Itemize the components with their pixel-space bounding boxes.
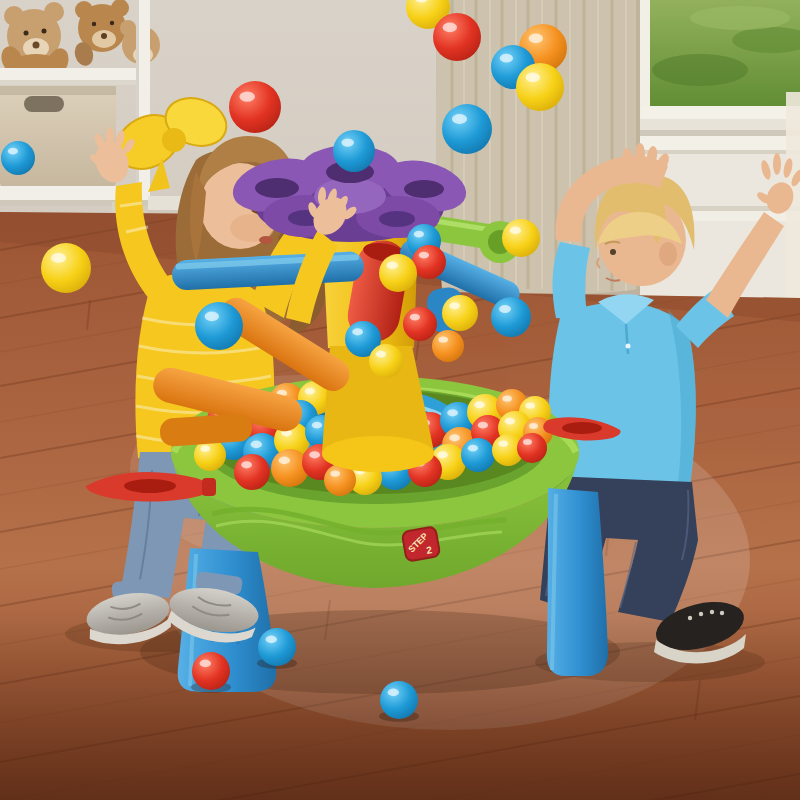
- play-ball-yellow: [379, 254, 417, 292]
- play-ball-blue: [258, 628, 296, 666]
- play-ball-red: [403, 307, 437, 341]
- play-ball-red: [192, 652, 230, 690]
- play-ball-yellow: [502, 219, 540, 257]
- ball-highlight: [341, 138, 354, 146]
- ball-highlight: [478, 422, 488, 429]
- window-sill: [642, 106, 800, 121]
- play-ball-blue: [442, 104, 492, 154]
- play-ball-blue: [380, 681, 418, 719]
- play-ball-blue: [333, 130, 375, 172]
- ball-highlight: [330, 470, 340, 476]
- play-ball-red: [234, 454, 270, 490]
- play-ball-blue: [195, 302, 243, 350]
- ball-highlight: [529, 34, 543, 44]
- ball-highlight: [352, 328, 363, 335]
- play-ball-red: [517, 433, 547, 463]
- play-ball-blue: [491, 297, 531, 337]
- play-ball-yellow: [41, 243, 91, 293]
- ball-highlight: [525, 402, 535, 408]
- ball-highlight: [251, 441, 262, 449]
- play-ball-yellow: [516, 63, 564, 111]
- ball-highlight: [239, 91, 255, 101]
- ball-highlight: [312, 422, 322, 429]
- ball-highlight: [8, 148, 18, 155]
- ball-highlight: [241, 461, 252, 468]
- ball-highlight: [449, 302, 460, 309]
- step2-logo: STEP 2: [402, 526, 441, 561]
- play-ball-blue: [461, 438, 495, 472]
- storage-shelf: [0, 0, 160, 212]
- ball-highlight: [449, 434, 460, 441]
- shelf-board: [0, 68, 150, 82]
- boy-right-sleeve: [553, 242, 590, 320]
- ball-highlight: [410, 314, 420, 321]
- ball-highlight: [266, 636, 277, 644]
- ball-highlight: [499, 305, 511, 313]
- ball-highlight: [376, 351, 386, 358]
- play-ball-yellow: [369, 344, 403, 378]
- ball-highlight: [419, 252, 429, 259]
- table-leg-right: [547, 488, 608, 676]
- ball-highlight: [438, 336, 448, 342]
- ball-highlight: [414, 231, 424, 238]
- scene-illustration: STEP 2: [0, 0, 800, 800]
- ball-highlight: [474, 401, 485, 408]
- bin-handle-slot: [24, 96, 64, 112]
- ball-highlight: [526, 73, 540, 83]
- ball-highlight: [505, 418, 515, 425]
- ball-highlight: [200, 660, 211, 668]
- ball-highlight: [51, 253, 66, 263]
- ball-highlight: [309, 451, 320, 458]
- ball-highlight: [447, 409, 458, 416]
- ball-highlight: [443, 23, 457, 33]
- play-ball-red: [412, 245, 446, 279]
- ball-highlight: [437, 451, 448, 458]
- ball-highlight: [387, 262, 398, 270]
- ball-highlight: [205, 312, 219, 322]
- ball-highlight: [502, 395, 512, 401]
- ball-highlight: [498, 440, 508, 446]
- play-ball-orange: [432, 330, 464, 362]
- ball-highlight: [305, 388, 315, 395]
- ball-highlight: [468, 445, 478, 452]
- play-ball-red: [229, 81, 281, 133]
- window: [640, 0, 800, 146]
- play-ball-red: [433, 13, 481, 61]
- ball-highlight: [200, 445, 210, 451]
- ball-highlight: [529, 423, 538, 429]
- ball-highlight: [452, 114, 467, 124]
- ball-highlight: [500, 54, 513, 63]
- ball-highlight: [279, 457, 290, 465]
- photo-scene: STEP 2: [0, 0, 800, 800]
- ball-highlight: [523, 439, 532, 445]
- ball-highlight: [510, 227, 521, 235]
- play-ball-yellow: [442, 295, 478, 331]
- ball-highlight: [388, 689, 399, 697]
- play-ball-blue: [1, 141, 35, 175]
